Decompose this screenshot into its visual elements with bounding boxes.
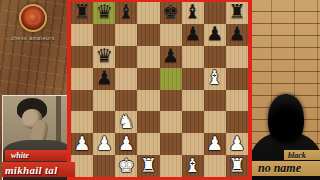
square-e1[interactable] (160, 155, 182, 177)
square-c8[interactable]: ♝ (115, 2, 137, 24)
square-h5[interactable] (226, 68, 248, 90)
square-a8[interactable]: ♜ (71, 2, 93, 24)
square-h4[interactable] (226, 90, 248, 112)
square-b3[interactable] (93, 111, 115, 133)
square-f1[interactable]: ♝ (182, 155, 204, 177)
square-f3[interactable] (182, 111, 204, 133)
square-f5[interactable] (182, 68, 204, 90)
hooded-figure-head (268, 94, 304, 144)
square-d7[interactable] (137, 24, 159, 46)
square-e3[interactable] (160, 111, 182, 133)
square-e6[interactable]: ♟ (160, 46, 182, 68)
square-h1[interactable]: ♜ (226, 155, 248, 177)
square-e8[interactable]: ♚ (160, 2, 182, 24)
square-e2[interactable] (160, 133, 182, 155)
square-c5[interactable] (115, 68, 137, 90)
white-player-name: mikhail tal (2, 162, 75, 177)
black-player-name: no name (252, 161, 320, 176)
square-c1[interactable]: ♚ (115, 155, 137, 177)
square-a2[interactable]: ♟ (71, 133, 93, 155)
square-g3[interactable] (204, 111, 226, 133)
black-bishop-c8: ♝ (118, 2, 135, 21)
square-d6[interactable] (137, 46, 159, 68)
channel-logo-center-icon (28, 13, 38, 23)
channel-logo: chess amateurs (2, 4, 64, 41)
white-pawn-a2: ♟ (74, 134, 91, 153)
video-thumbnail: chess amateurs ♜♛♝♚♝♜♟♟♟♛♟♟♝♞♟♟♟♟♟♚♜♝♜ w… (0, 0, 320, 180)
square-g1[interactable] (204, 155, 226, 177)
white-bishop-g5: ♝ (206, 68, 223, 87)
square-f6[interactable] (182, 46, 204, 68)
white-bishop-f1: ♝ (184, 156, 201, 175)
black-pawn-f7: ♟ (184, 24, 201, 43)
square-h8[interactable]: ♜ (226, 2, 248, 24)
channel-name: chess amateurs (2, 35, 64, 41)
square-h7[interactable]: ♟ (226, 24, 248, 46)
square-c7[interactable] (115, 24, 137, 46)
square-f8[interactable]: ♝ (182, 2, 204, 24)
white-pawn-b2: ♟ (96, 134, 113, 153)
square-g6[interactable] (204, 46, 226, 68)
square-f2[interactable] (182, 133, 204, 155)
square-h6[interactable] (226, 46, 248, 68)
square-e4[interactable] (160, 90, 182, 112)
square-f7[interactable]: ♟ (182, 24, 204, 46)
square-b6[interactable]: ♛ (93, 46, 115, 68)
square-g2[interactable]: ♟ (204, 133, 226, 155)
square-d3[interactable] (137, 111, 159, 133)
square-b1[interactable] (93, 155, 115, 177)
square-c3[interactable]: ♞ (115, 111, 137, 133)
black-rook-h8: ♜ (228, 2, 245, 21)
chess-board: ♜♛♝♚♝♜♟♟♟♛♟♟♝♞♟♟♟♟♟♚♜♝♜ (71, 2, 248, 177)
square-b8[interactable]: ♛ (93, 2, 115, 24)
black-pawn-h7: ♟ (228, 24, 245, 43)
white-pawn-h2: ♟ (228, 134, 245, 153)
white-side-label: white (5, 150, 67, 161)
white-king-c1: ♚ (118, 156, 135, 175)
black-queen-b6: ♛ (96, 46, 113, 65)
white-knight-c3: ♞ (118, 112, 135, 131)
black-rook-a8: ♜ (74, 2, 91, 21)
square-d4[interactable] (137, 90, 159, 112)
square-d1[interactable]: ♜ (137, 155, 159, 177)
square-g7[interactable]: ♟ (204, 24, 226, 46)
square-b2[interactable]: ♟ (93, 133, 115, 155)
square-a3[interactable] (71, 111, 93, 133)
black-pawn-g7: ♟ (206, 24, 223, 43)
square-f4[interactable] (182, 90, 204, 112)
white-pawn-g2: ♟ (206, 134, 223, 153)
square-b4[interactable] (93, 90, 115, 112)
square-h2[interactable]: ♟ (226, 133, 248, 155)
square-d8[interactable] (137, 2, 159, 24)
square-g8[interactable] (204, 2, 226, 24)
square-d5[interactable] (137, 68, 159, 90)
square-b5[interactable]: ♟ (93, 68, 115, 90)
black-queen-b8: ♛ (96, 2, 113, 21)
square-d2[interactable] (137, 133, 159, 155)
black-side-label: black (284, 150, 320, 160)
white-rook-h1: ♜ (228, 156, 245, 175)
square-a4[interactable] (71, 90, 93, 112)
black-king-e8: ♚ (162, 2, 179, 21)
black-bishop-f8: ♝ (184, 2, 201, 21)
square-a5[interactable] (71, 68, 93, 90)
square-h3[interactable] (226, 111, 248, 133)
black-pawn-b5: ♟ (96, 68, 113, 87)
square-e7[interactable] (160, 24, 182, 46)
square-a7[interactable] (71, 24, 93, 46)
white-rook-d1: ♜ (140, 156, 157, 175)
channel-logo-emblem-icon (19, 4, 47, 32)
square-g4[interactable] (204, 90, 226, 112)
square-c2[interactable]: ♟ (115, 133, 137, 155)
square-a6[interactable] (71, 46, 93, 68)
square-c6[interactable] (115, 46, 137, 68)
square-e5[interactable] (160, 68, 182, 90)
white-pawn-c2: ♟ (118, 134, 135, 153)
square-b7[interactable] (93, 24, 115, 46)
square-g5[interactable]: ♝ (204, 68, 226, 90)
chess-board-frame: ♜♛♝♚♝♜♟♟♟♛♟♟♝♞♟♟♟♟♟♚♜♝♜ (67, 0, 252, 180)
square-c4[interactable] (115, 90, 137, 112)
black-pawn-e6: ♟ (162, 46, 179, 65)
